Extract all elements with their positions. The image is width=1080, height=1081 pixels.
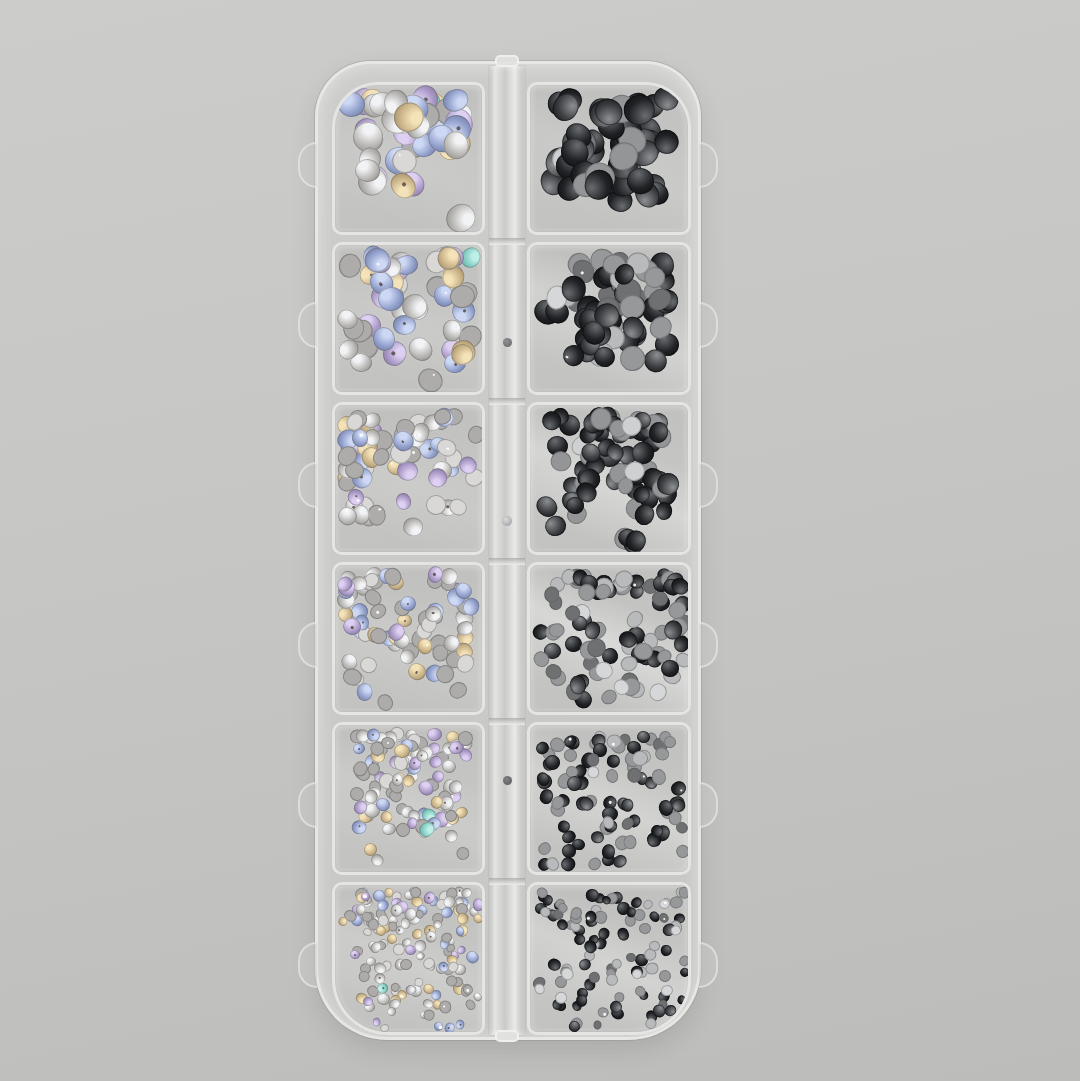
latch-tab-right-2 <box>699 302 718 348</box>
stone-facet-center <box>362 622 364 624</box>
stone-sparkle <box>378 903 382 907</box>
spine-segment-line-1 <box>489 238 525 245</box>
stone-facet-center <box>354 954 356 956</box>
compartment-r4-left <box>332 562 485 715</box>
rhinestone <box>455 1019 466 1031</box>
stone-facet-center <box>407 603 410 606</box>
rhinestone <box>675 1025 687 1035</box>
stone-sparkle <box>418 434 421 437</box>
rhinestone <box>593 1020 601 1029</box>
rhinestone <box>562 276 586 302</box>
latch-tab-right-3 <box>699 462 718 508</box>
stone-sparkle <box>663 918 666 921</box>
stone-facet-center <box>358 825 360 827</box>
rhinestone <box>358 654 379 675</box>
compartment-r5-left <box>332 722 485 875</box>
rhinestone <box>441 198 482 235</box>
stone-sparkle <box>443 1006 445 1008</box>
latch-tab-left-2 <box>298 302 317 348</box>
stone-sparkle <box>360 433 364 437</box>
rhinestone <box>351 741 367 756</box>
compartment-r5-right <box>527 722 691 875</box>
rhinestone <box>349 949 361 960</box>
rhinestone <box>668 778 688 798</box>
compartment-r6-left <box>332 882 485 1035</box>
scene-background <box>0 0 1080 1081</box>
rhinestone <box>657 967 673 983</box>
stone-sparkle <box>664 901 667 904</box>
rhinestone <box>375 691 396 713</box>
stone-facet-center <box>401 439 405 443</box>
rhinestone <box>678 953 691 968</box>
latch-tab-left-5 <box>298 782 317 828</box>
compartment-r2-left <box>332 242 485 395</box>
stone-sparkle <box>444 292 447 295</box>
latch-tab-right-4 <box>699 622 718 668</box>
stone-sparkle <box>475 993 479 997</box>
stone-facet-center <box>456 125 461 130</box>
rhinestone <box>660 944 673 957</box>
rhinestone <box>433 1020 445 1032</box>
rhinestone <box>422 1009 436 1022</box>
rhinestone <box>443 828 459 844</box>
stone-facet-center <box>462 309 466 313</box>
stone-sparkle <box>633 583 636 586</box>
spine-hole-3 <box>503 776 512 785</box>
stone-sparkle <box>363 894 367 898</box>
spine-segment-line-2 <box>489 398 525 405</box>
stone-sparkle <box>400 995 403 998</box>
rhinestone <box>646 681 669 704</box>
stone-facet-center <box>379 977 382 980</box>
rhinestone <box>472 898 484 911</box>
stone-sparkle <box>612 742 615 745</box>
stone-facet-center <box>355 494 358 497</box>
rhinestone <box>607 755 620 769</box>
stone-sparkle <box>681 1030 685 1034</box>
stone-sparkle <box>603 1013 606 1016</box>
stone-facet-center <box>382 987 385 990</box>
stone-sparkle <box>390 463 392 465</box>
latch-tab-left-4 <box>298 622 317 668</box>
latch-tab-left-6 <box>298 942 317 988</box>
rhinestone <box>337 91 366 119</box>
stone-sparkle <box>567 737 571 741</box>
compartment-r4-right <box>527 562 691 715</box>
rhinestone <box>413 977 423 987</box>
rhinestone <box>414 939 427 952</box>
rhinestone <box>678 886 690 899</box>
stone-facet-center <box>378 282 383 287</box>
stone-facet-center <box>455 747 458 750</box>
stone-facet-center <box>432 612 434 614</box>
rhinestone <box>550 450 573 472</box>
stone-sparkle <box>356 498 361 503</box>
stone-sparkle <box>398 153 401 156</box>
stone-facet-center <box>415 670 418 673</box>
stone-sparkle <box>565 355 569 359</box>
spine-segment-line-4 <box>489 718 525 725</box>
rhinestone <box>424 930 437 943</box>
compartment-r6-right <box>527 882 691 1035</box>
rhinestone <box>576 995 587 1007</box>
rhinestone <box>604 768 619 785</box>
rhinestone <box>586 889 599 902</box>
rhinestone <box>536 840 554 858</box>
stone-sparkle <box>587 917 590 920</box>
stone-sparkle <box>388 741 390 743</box>
stone-facet-center <box>402 182 407 187</box>
rhinestone <box>672 799 686 813</box>
stone-facet-center <box>395 779 397 781</box>
stone-facet-center <box>413 762 416 765</box>
stone-sparkle <box>435 923 439 927</box>
rhinestone <box>425 606 442 622</box>
rhinestone <box>427 727 443 742</box>
stone-sparkle <box>418 954 423 959</box>
compartment-r3-right <box>527 402 691 555</box>
rhinestone <box>586 765 601 780</box>
stone-sparkle <box>377 263 380 266</box>
compartment-r3-left <box>332 402 485 555</box>
compartment-r1-left <box>332 82 485 235</box>
stone-sparkle <box>418 935 421 938</box>
spine-end-cap-1 <box>495 55 519 67</box>
latch-tab-left-3 <box>298 462 317 508</box>
latch-tab-right-6 <box>699 942 718 988</box>
rhinestone <box>466 424 485 446</box>
stone-sparkle <box>379 508 382 511</box>
rhinestone <box>674 842 691 860</box>
stone-sparkle <box>679 788 682 791</box>
stone-facet-center <box>403 322 406 325</box>
rhinestone <box>379 1023 390 1033</box>
rhinestone <box>639 923 651 934</box>
spine-end-cap-2 <box>495 1030 519 1042</box>
rhinestone <box>621 798 634 811</box>
stone-sparkle <box>446 447 449 450</box>
stone-facet-center <box>460 1023 462 1025</box>
storage-case <box>315 61 701 1040</box>
stone-sparkle <box>345 509 349 513</box>
rhinestone <box>642 897 655 911</box>
latch-tab-right-1 <box>699 142 718 188</box>
spine-hole-2 <box>502 516 512 526</box>
rhinestone <box>455 846 469 860</box>
rhinestone <box>616 926 631 942</box>
spine-segment-line-3 <box>489 558 525 565</box>
latch-tab-right-5 <box>699 782 718 828</box>
rhinestone <box>586 855 603 872</box>
latch-tab-left-1 <box>298 142 317 188</box>
stone-facet-center <box>358 748 361 751</box>
rhinestone <box>402 517 425 538</box>
stone-sparkle <box>425 643 429 647</box>
center-divider-spine <box>489 66 525 1035</box>
stone-facet-center <box>397 928 400 931</box>
rhinestone <box>604 972 619 988</box>
stone-sparkle <box>376 611 380 615</box>
compartment-r2-right <box>527 242 691 395</box>
stone-facet-center <box>442 965 445 968</box>
stone-facet-center <box>443 801 446 804</box>
stone-sparkle <box>580 271 584 275</box>
rhinestone <box>355 904 365 916</box>
rhinestone <box>676 995 686 1006</box>
rhinestone <box>372 1017 381 1027</box>
stone-facet-center <box>394 909 397 912</box>
rhinestone <box>623 835 637 850</box>
rhinestone <box>431 989 442 1000</box>
rhinestone <box>678 966 691 979</box>
rhinestone <box>414 363 448 395</box>
stone-facet-center <box>391 351 396 356</box>
stone-sparkle <box>608 801 612 805</box>
stone-facet-center <box>447 1027 450 1030</box>
stone-sparkle <box>466 988 470 992</box>
stone-facet-center <box>433 573 436 576</box>
rhinestone <box>623 608 646 631</box>
spine-segment-line-5 <box>489 878 525 885</box>
stone-sparkle <box>643 775 646 778</box>
stone-facet-center <box>372 733 374 735</box>
rhinestone <box>404 333 437 366</box>
stone-facet-center <box>350 626 353 629</box>
stone-facet-center <box>420 754 423 757</box>
stone-facet-center <box>429 936 431 938</box>
rhinestone <box>464 948 481 965</box>
rhinestone <box>645 963 659 976</box>
rhinestone <box>394 491 413 511</box>
rhinestone <box>656 502 672 520</box>
rhinestone <box>548 622 565 638</box>
spine-hole-1 <box>503 338 512 347</box>
stone-facet-center <box>427 896 430 899</box>
compartment-r1-right <box>527 82 691 235</box>
stone-sparkle <box>432 373 435 376</box>
rhinestone <box>439 1001 451 1014</box>
rhinestone <box>597 1006 610 1019</box>
stone-facet-center <box>404 620 406 622</box>
stone-sparkle <box>439 1025 443 1029</box>
